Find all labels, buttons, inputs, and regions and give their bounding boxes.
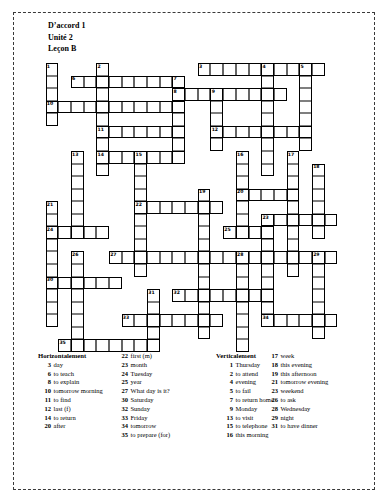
grid-cell-r20c2[interactable] bbox=[71, 314, 84, 327]
clue-text: first (m) bbox=[131, 352, 152, 361]
grid-cell-r20c22[interactable] bbox=[325, 314, 338, 327]
grid-cell-r18c17[interactable] bbox=[261, 289, 274, 302]
across-clues-column-1: Horizontalement 3day6to teach8to explain… bbox=[33, 352, 105, 431]
clue-text: to teach bbox=[54, 370, 74, 379]
grid-cell-r17c21[interactable] bbox=[312, 277, 325, 290]
grid-cell-r13c17[interactable] bbox=[261, 226, 274, 239]
grid-cell-r2c16[interactable] bbox=[249, 88, 262, 101]
clue-row-32: 32Sunday bbox=[108, 405, 194, 414]
grid-cell-r11c13[interactable] bbox=[210, 201, 223, 214]
grid-cell-r10c12[interactable] bbox=[198, 189, 211, 202]
grid-cell-r13c7[interactable] bbox=[134, 226, 147, 239]
grid-cell-r1c10[interactable] bbox=[172, 76, 185, 89]
clue-number: 17 bbox=[256, 352, 278, 361]
grid-cell-r3c1[interactable] bbox=[58, 101, 71, 114]
clue-text: Friday bbox=[131, 414, 148, 423]
clue-row-24: 24Tuesday bbox=[108, 370, 194, 379]
crossword-grid: 1234567891011121314151617181920212223242… bbox=[46, 63, 338, 352]
grid-cell-r19c15[interactable] bbox=[236, 302, 249, 315]
grid-cell-r1c17[interactable] bbox=[261, 76, 274, 89]
grid-cell-r20c20[interactable] bbox=[299, 314, 312, 327]
grid-cell-r3c17[interactable] bbox=[261, 101, 274, 114]
clue-row-25: 25year bbox=[108, 378, 194, 387]
grid-cell-r19c2[interactable] bbox=[71, 302, 84, 315]
grid-cell-r12c19[interactable] bbox=[287, 214, 300, 227]
grid-cell-r5c5[interactable] bbox=[109, 126, 122, 139]
grid-cell-r14c12[interactable] bbox=[198, 239, 211, 252]
grid-cell-r13c21[interactable] bbox=[312, 226, 325, 239]
grid-cell-r15c14[interactable] bbox=[223, 251, 236, 264]
clue-text: to have dinner bbox=[281, 422, 318, 431]
clue-text: evening bbox=[236, 378, 257, 387]
grid-cell-r15c20[interactable] bbox=[299, 251, 312, 264]
grid-cell-r18c2[interactable] bbox=[71, 289, 84, 302]
grid-cell-r15c15[interactable] bbox=[236, 251, 249, 264]
grid-cell-r18c14[interactable] bbox=[223, 289, 236, 302]
clue-row-31: 31to have dinner bbox=[256, 422, 336, 431]
grid-cell-r16c7[interactable] bbox=[134, 264, 147, 277]
grid-cell-r0c14[interactable] bbox=[223, 63, 236, 76]
grid-cell-r11c10[interactable] bbox=[172, 201, 185, 214]
grid-cell-r12c17[interactable] bbox=[261, 214, 274, 227]
grid-cell-r20c7[interactable] bbox=[134, 314, 147, 327]
grid-cell-r3c13[interactable] bbox=[210, 101, 223, 114]
grid-cell-r13c4[interactable] bbox=[96, 226, 109, 239]
grid-cell-r14c0[interactable] bbox=[46, 239, 59, 252]
clue-number: 5 bbox=[213, 387, 233, 396]
grid-cell-r19c12[interactable] bbox=[198, 302, 211, 315]
grid-cell-r17c0[interactable] bbox=[46, 277, 59, 290]
grid-cell-r5c15[interactable] bbox=[236, 126, 249, 139]
grid-cell-r13c15[interactable] bbox=[236, 226, 249, 239]
grid-cell-r12c18[interactable] bbox=[274, 214, 287, 227]
grid-cell-r2c0[interactable] bbox=[46, 88, 59, 101]
grid-cell-r0c21[interactable] bbox=[312, 63, 325, 76]
grid-cell-r22c4[interactable] bbox=[96, 339, 109, 352]
grid-cell-r8c15[interactable] bbox=[236, 164, 249, 177]
grid-cell-r18c10[interactable] bbox=[172, 289, 185, 302]
grid-cell-r13c12[interactable] bbox=[198, 226, 211, 239]
grid-cell-r9c7[interactable] bbox=[134, 176, 147, 189]
grid-cell-r11c19[interactable] bbox=[287, 201, 300, 214]
grid-cell-r20c8[interactable] bbox=[147, 314, 160, 327]
grid-cell-r2c13[interactable] bbox=[210, 88, 223, 101]
clue-row-12: 12last (f) bbox=[33, 405, 105, 414]
grid-cell-r2c15[interactable] bbox=[236, 88, 249, 101]
grid-cell-r15c19[interactable] bbox=[287, 251, 300, 264]
grid-cell-r14c19[interactable] bbox=[287, 239, 300, 252]
grid-cell-r2c10[interactable] bbox=[172, 88, 185, 101]
grid-cell-r7c9[interactable] bbox=[160, 151, 173, 164]
grid-cell-r7c6[interactable] bbox=[122, 151, 135, 164]
grid-cell-r15c9[interactable] bbox=[160, 251, 173, 264]
grid-cell-r16c21[interactable] bbox=[312, 264, 325, 277]
grid-cell-r5c8[interactable] bbox=[147, 126, 160, 139]
grid-cell-r20c17[interactable] bbox=[261, 314, 274, 327]
grid-cell-r5c17[interactable] bbox=[261, 126, 274, 139]
grid-cell-r20c21[interactable] bbox=[312, 314, 325, 327]
clue-row-27: 27What day is it? bbox=[108, 387, 194, 396]
grid-cell-r1c20[interactable] bbox=[299, 76, 312, 89]
grid-cell-r18c11[interactable] bbox=[185, 289, 198, 302]
grid-cell-r5c20[interactable] bbox=[299, 126, 312, 139]
grid-cell-r20c0[interactable] bbox=[46, 314, 59, 327]
grid-cell-r15c16[interactable] bbox=[249, 251, 262, 264]
grid-cell-r10c17[interactable] bbox=[261, 189, 274, 202]
grid-cell-r4c13[interactable] bbox=[210, 113, 223, 126]
grid-cell-r3c10[interactable] bbox=[172, 101, 185, 114]
grid-cell-r1c8[interactable] bbox=[147, 76, 160, 89]
grid-cell-r16c19[interactable] bbox=[287, 264, 300, 277]
grid-cell-r20c19[interactable] bbox=[287, 314, 300, 327]
grid-cell-r15c12[interactable] bbox=[198, 251, 211, 264]
grid-cell-r5c7[interactable] bbox=[134, 126, 147, 139]
grid-cell-r9c2[interactable] bbox=[71, 176, 84, 189]
grid-cell-r8c7[interactable] bbox=[134, 164, 147, 177]
grid-cell-r0c15[interactable] bbox=[236, 63, 249, 76]
grid-cell-r18c16[interactable] bbox=[249, 289, 262, 302]
grid-cell-r21c2[interactable] bbox=[71, 327, 84, 340]
clue-row-6: 6to teach bbox=[33, 370, 105, 379]
grid-cell-r11c11[interactable] bbox=[185, 201, 198, 214]
grid-cell-r1c3[interactable] bbox=[84, 76, 97, 89]
grid-cell-r7c15[interactable] bbox=[236, 151, 249, 164]
grid-cell-r20c15[interactable] bbox=[236, 314, 249, 327]
grid-cell-r12c0[interactable] bbox=[46, 214, 59, 227]
grid-cell-r11c8[interactable] bbox=[147, 201, 160, 214]
grid-cell-r1c4[interactable] bbox=[96, 76, 109, 89]
clue-text: night bbox=[281, 414, 294, 423]
grid-cell-r4c17[interactable] bbox=[261, 113, 274, 126]
grid-cell-r20c11[interactable] bbox=[185, 314, 198, 327]
grid-cell-r12c22[interactable] bbox=[325, 214, 338, 227]
grid-cell-r2c20[interactable] bbox=[299, 88, 312, 101]
grid-cell-r5c6[interactable] bbox=[122, 126, 135, 139]
grid-cell-r21c15[interactable] bbox=[236, 327, 249, 340]
grid-cell-r12c15[interactable] bbox=[236, 214, 249, 227]
clue-number: 15 bbox=[213, 422, 233, 431]
grid-cell-r17c4[interactable] bbox=[96, 277, 109, 290]
grid-cell-r21c21[interactable] bbox=[312, 327, 325, 340]
grid-cell-r1c0[interactable] bbox=[46, 76, 59, 89]
grid-cell-r2c12[interactable] bbox=[198, 88, 211, 101]
clue-number: 31 bbox=[256, 422, 278, 431]
grid-cell-r0c19[interactable] bbox=[287, 63, 300, 76]
clue-number: 7 bbox=[213, 396, 233, 405]
clue-row-14: 14to return bbox=[33, 414, 105, 423]
grid-cell-r13c0[interactable] bbox=[46, 226, 59, 239]
grid-cell-r18c15[interactable] bbox=[236, 289, 249, 302]
grid-cell-r1c6[interactable] bbox=[122, 76, 135, 89]
clue-number: 8 bbox=[33, 378, 51, 387]
grid-cell-r12c20[interactable] bbox=[299, 214, 312, 227]
grid-cell-r20c6[interactable] bbox=[122, 314, 135, 327]
grid-cell-r11c21[interactable] bbox=[312, 201, 325, 214]
title-line-3: Leçon B bbox=[48, 43, 86, 55]
grid-cell-r10c21[interactable] bbox=[312, 189, 325, 202]
clue-text: Tuesday bbox=[131, 370, 153, 379]
grid-cell-r13c2[interactable] bbox=[71, 226, 84, 239]
grid-cell-r17c15[interactable] bbox=[236, 277, 249, 290]
grid-cell-r15c22[interactable] bbox=[325, 251, 338, 264]
grid-cell-r15c5[interactable] bbox=[109, 251, 122, 264]
worksheet-page: D’accord 1 Unité 2 Leçon B 1234567891011… bbox=[0, 0, 386, 500]
grid-cell-r14c7[interactable] bbox=[134, 239, 147, 252]
grid-cell-r17c5[interactable] bbox=[109, 277, 122, 290]
grid-cell-r11c12[interactable] bbox=[198, 201, 211, 214]
grid-cell-r22c2[interactable] bbox=[71, 339, 84, 352]
clue-text: Monday bbox=[236, 405, 258, 414]
grid-cell-r15c6[interactable] bbox=[122, 251, 135, 264]
grid-cell-r8c17[interactable] bbox=[261, 164, 274, 177]
clue-number: 19 bbox=[256, 370, 278, 379]
clue-number: 28 bbox=[256, 405, 278, 414]
down-clues-column-2: 17week18this evening19this afternoon21to… bbox=[256, 352, 336, 431]
grid-cell-r22c8[interactable] bbox=[147, 339, 160, 352]
grid-cell-r16c0[interactable] bbox=[46, 264, 59, 277]
grid-cell-r5c10[interactable] bbox=[172, 126, 185, 139]
grid-cell-r15c8[interactable] bbox=[147, 251, 160, 264]
grid-cell-r20c9[interactable] bbox=[160, 314, 173, 327]
grid-cell-r10c15[interactable] bbox=[236, 189, 249, 202]
clue-number: 2 bbox=[213, 370, 233, 379]
grid-cell-r6c4[interactable] bbox=[96, 138, 109, 151]
grid-cell-r9c15[interactable] bbox=[236, 176, 249, 189]
grid-cell-r18c0[interactable] bbox=[46, 289, 59, 302]
grid-cell-r17c2[interactable] bbox=[71, 277, 84, 290]
clue-row-34: 34tomorrow bbox=[108, 422, 194, 431]
grid-cell-r5c16[interactable] bbox=[249, 126, 262, 139]
grid-cell-r0c4[interactable] bbox=[96, 63, 109, 76]
grid-cell-r11c15[interactable] bbox=[236, 201, 249, 214]
clue-number: 12 bbox=[33, 405, 51, 414]
grid-cell-r2c14[interactable] bbox=[223, 88, 236, 101]
grid-cell-r3c0[interactable] bbox=[46, 101, 59, 114]
grid-cell-r7c5[interactable] bbox=[109, 151, 122, 164]
grid-cell-r4c10[interactable] bbox=[172, 113, 185, 126]
grid-cell-r12c21[interactable] bbox=[312, 214, 325, 227]
grid-cell-r7c4[interactable] bbox=[96, 151, 109, 164]
grid-cell-r16c17[interactable] bbox=[261, 264, 274, 277]
grid-cell-r21c8[interactable] bbox=[147, 327, 160, 340]
grid-cell-r16c15[interactable] bbox=[236, 264, 249, 277]
clue-number: 14 bbox=[33, 414, 51, 423]
grid-cell-r5c9[interactable] bbox=[160, 126, 173, 139]
grid-cell-r3c9[interactable] bbox=[160, 101, 173, 114]
clue-text: Saturday bbox=[131, 396, 154, 405]
clue-number: 20 bbox=[33, 422, 51, 431]
grid-cell-r7c19[interactable] bbox=[287, 151, 300, 164]
grid-cell-r20c13[interactable] bbox=[210, 314, 223, 327]
grid-cell-r3c4[interactable] bbox=[96, 101, 109, 114]
grid-cell-r19c21[interactable] bbox=[312, 302, 325, 315]
grid-cell-r11c0[interactable] bbox=[46, 201, 59, 214]
grid-cell-r15c0[interactable] bbox=[46, 251, 59, 264]
clue-number: 35 bbox=[108, 431, 128, 440]
grid-cell-r20c12[interactable] bbox=[198, 314, 211, 327]
grid-cell-r0c18[interactable] bbox=[274, 63, 287, 76]
grid-cell-r10c19[interactable] bbox=[287, 189, 300, 202]
grid-cell-r3c2[interactable] bbox=[71, 101, 84, 114]
grid-cell-r11c9[interactable] bbox=[160, 201, 173, 214]
grid-cell-r8c4[interactable] bbox=[96, 164, 109, 177]
grid-cell-r19c0[interactable] bbox=[46, 302, 59, 315]
grid-cell-r5c18[interactable] bbox=[274, 126, 287, 139]
clue-number: 27 bbox=[108, 387, 128, 396]
grid-cell-r22c6[interactable] bbox=[122, 339, 135, 352]
clue-text: Wednesday bbox=[281, 405, 311, 414]
grid-cell-r13c1[interactable] bbox=[58, 226, 71, 239]
grid-cell-r6c13[interactable] bbox=[210, 138, 223, 151]
clue-number: 4 bbox=[213, 378, 233, 387]
grid-cell-r22c3[interactable] bbox=[84, 339, 97, 352]
grid-cell-r1c2[interactable] bbox=[71, 76, 84, 89]
grid-cell-r16c2[interactable] bbox=[71, 264, 84, 277]
clue-text: to explain bbox=[54, 378, 80, 387]
clue-text: this afternoon bbox=[281, 370, 317, 379]
grid-cell-r6c20[interactable] bbox=[299, 138, 312, 151]
grid-cell-r18c13[interactable] bbox=[210, 289, 223, 302]
title-line-2: Unité 2 bbox=[48, 32, 86, 44]
grid-cell-r3c3[interactable] bbox=[84, 101, 97, 114]
grid-cell-r15c10[interactable] bbox=[172, 251, 185, 264]
clue-row-35: 35to prepare (for) bbox=[108, 431, 194, 440]
across-clues-header: Horizontalement bbox=[38, 352, 105, 361]
clue-number: 23 bbox=[256, 387, 278, 396]
grid-cell-r12c7[interactable] bbox=[134, 214, 147, 227]
grid-cell-r15c13[interactable] bbox=[210, 251, 223, 264]
grid-cell-r18c12[interactable] bbox=[198, 289, 211, 302]
grid-cell-r22c7[interactable] bbox=[134, 339, 147, 352]
grid-cell-r17c3[interactable] bbox=[84, 277, 97, 290]
grid-cell-r10c2[interactable] bbox=[71, 189, 84, 202]
clue-row-21: 21tomorrow evening bbox=[256, 378, 336, 387]
grid-cell-r3c5[interactable] bbox=[109, 101, 122, 114]
grid-cell-r13c19[interactable] bbox=[287, 226, 300, 239]
grid-cell-r3c8[interactable] bbox=[147, 101, 160, 114]
clue-number: 11 bbox=[33, 396, 51, 405]
grid-cell-r2c11[interactable] bbox=[185, 88, 198, 101]
grid-cell-r12c12[interactable] bbox=[198, 214, 211, 227]
grid-cell-r22c5[interactable] bbox=[109, 339, 122, 352]
grid-cell-r5c19[interactable] bbox=[287, 126, 300, 139]
grid-cell-r19c8[interactable] bbox=[147, 302, 160, 315]
grid-cell-r19c17[interactable] bbox=[261, 302, 274, 315]
grid-cell-r3c6[interactable] bbox=[122, 101, 135, 114]
grid-cell-r15c17[interactable] bbox=[261, 251, 274, 264]
grid-cell-r22c1[interactable] bbox=[58, 339, 71, 352]
grid-cell-r13c14[interactable] bbox=[223, 226, 236, 239]
grid-cell-r0c12[interactable] bbox=[198, 63, 211, 76]
grid-cell-r22c15[interactable] bbox=[236, 339, 249, 352]
clue-number: 9 bbox=[213, 405, 233, 414]
grid-cell-r0c20[interactable] bbox=[299, 63, 312, 76]
grid-cell-r6c10[interactable] bbox=[172, 138, 185, 151]
grid-cell-r13c16[interactable] bbox=[249, 226, 262, 239]
grid-cell-r3c20[interactable] bbox=[299, 101, 312, 114]
grid-cell-r15c11[interactable] bbox=[185, 251, 198, 264]
grid-cell-r17c12[interactable] bbox=[198, 277, 211, 290]
grid-cell-r10c18[interactable] bbox=[274, 189, 287, 202]
grid-cell-r3c7[interactable] bbox=[134, 101, 147, 114]
clue-row-18: 18this evening bbox=[256, 361, 336, 370]
grid-cell-r15c18[interactable] bbox=[274, 251, 287, 264]
grid-cell-r5c14[interactable] bbox=[223, 126, 236, 139]
grid-cell-r11c7[interactable] bbox=[134, 201, 147, 214]
clue-number: 32 bbox=[108, 405, 128, 414]
grid-cell-r2c17[interactable] bbox=[261, 88, 274, 101]
grid-cell-r4c20[interactable] bbox=[299, 113, 312, 126]
clue-text: Sunday bbox=[131, 405, 151, 414]
clue-row-16: 16this morning bbox=[213, 431, 293, 440]
clue-row-19: 19this afternoon bbox=[256, 370, 336, 379]
grid-cell-r2c18[interactable] bbox=[274, 88, 287, 101]
grid-cell-r12c2[interactable] bbox=[71, 214, 84, 227]
clue-row-26: 26to ask bbox=[256, 396, 336, 405]
clue-text: year bbox=[131, 378, 142, 387]
grid-cell-r7c17[interactable] bbox=[261, 151, 274, 164]
grid-cell-r1c5[interactable] bbox=[109, 76, 122, 89]
grid-cell-r9c19[interactable] bbox=[287, 176, 300, 189]
grid-cell-r11c2[interactable] bbox=[71, 201, 84, 214]
grid-cell-r7c10[interactable] bbox=[172, 151, 185, 164]
grid-cell-r4c0[interactable] bbox=[46, 113, 59, 126]
grid-cell-r7c8[interactable] bbox=[147, 151, 160, 164]
clue-number: 10 bbox=[33, 387, 51, 396]
grid-cell-r0c17[interactable] bbox=[261, 63, 274, 76]
grid-cell-r0c16[interactable] bbox=[249, 63, 262, 76]
grid-cell-r1c9[interactable] bbox=[160, 76, 173, 89]
grid-cell-r18c8[interactable] bbox=[147, 289, 160, 302]
grid-cell-r10c16[interactable] bbox=[249, 189, 262, 202]
clue-row-8: 8to explain bbox=[33, 378, 105, 387]
clue-number: 30 bbox=[108, 396, 128, 405]
grid-cell-r21c12[interactable] bbox=[198, 327, 211, 340]
clue-number: 6 bbox=[33, 370, 51, 379]
grid-cell-r8c21[interactable] bbox=[312, 164, 325, 177]
grid-cell-r10c7[interactable] bbox=[134, 189, 147, 202]
grid-cell-r13c3[interactable] bbox=[84, 226, 97, 239]
grid-cell-r1c7[interactable] bbox=[134, 76, 147, 89]
grid-cell-r16c12[interactable] bbox=[198, 264, 211, 277]
grid-cell-r7c7[interactable] bbox=[134, 151, 147, 164]
grid-cell-r8c2[interactable] bbox=[71, 164, 84, 177]
grid-cell-r0c13[interactable] bbox=[210, 63, 223, 76]
grid-cell-r7c2[interactable] bbox=[71, 151, 84, 164]
clue-number: 24 bbox=[108, 370, 128, 379]
grid-cell-r18c21[interactable] bbox=[312, 289, 325, 302]
grid-cell-r8c19[interactable] bbox=[287, 164, 300, 177]
clue-text: to find bbox=[54, 396, 71, 405]
grid-cell-r5c13[interactable] bbox=[210, 126, 223, 139]
grid-cell-r0c0[interactable] bbox=[46, 63, 59, 76]
grid-cell-r15c2[interactable] bbox=[71, 251, 84, 264]
grid-cell-r17c1[interactable] bbox=[58, 277, 71, 290]
grid-cell-r2c4[interactable] bbox=[96, 88, 109, 101]
grid-cell-r20c10[interactable] bbox=[172, 314, 185, 327]
grid-cell-r4c4[interactable] bbox=[96, 113, 109, 126]
grid-cell-r6c17[interactable] bbox=[261, 138, 274, 151]
clue-number: 3 bbox=[33, 361, 51, 370]
clue-text: month bbox=[131, 361, 148, 370]
grid-cell-r17c17[interactable] bbox=[261, 277, 274, 290]
grid-cell-r5c4[interactable] bbox=[96, 126, 109, 139]
grid-cell-r14c17[interactable] bbox=[261, 239, 274, 252]
grid-cell-r9c21[interactable] bbox=[312, 176, 325, 189]
grid-cell-r15c7[interactable] bbox=[134, 251, 147, 264]
grid-cell-r20c18[interactable] bbox=[274, 314, 287, 327]
grid-cell-r15c21[interactable] bbox=[312, 251, 325, 264]
